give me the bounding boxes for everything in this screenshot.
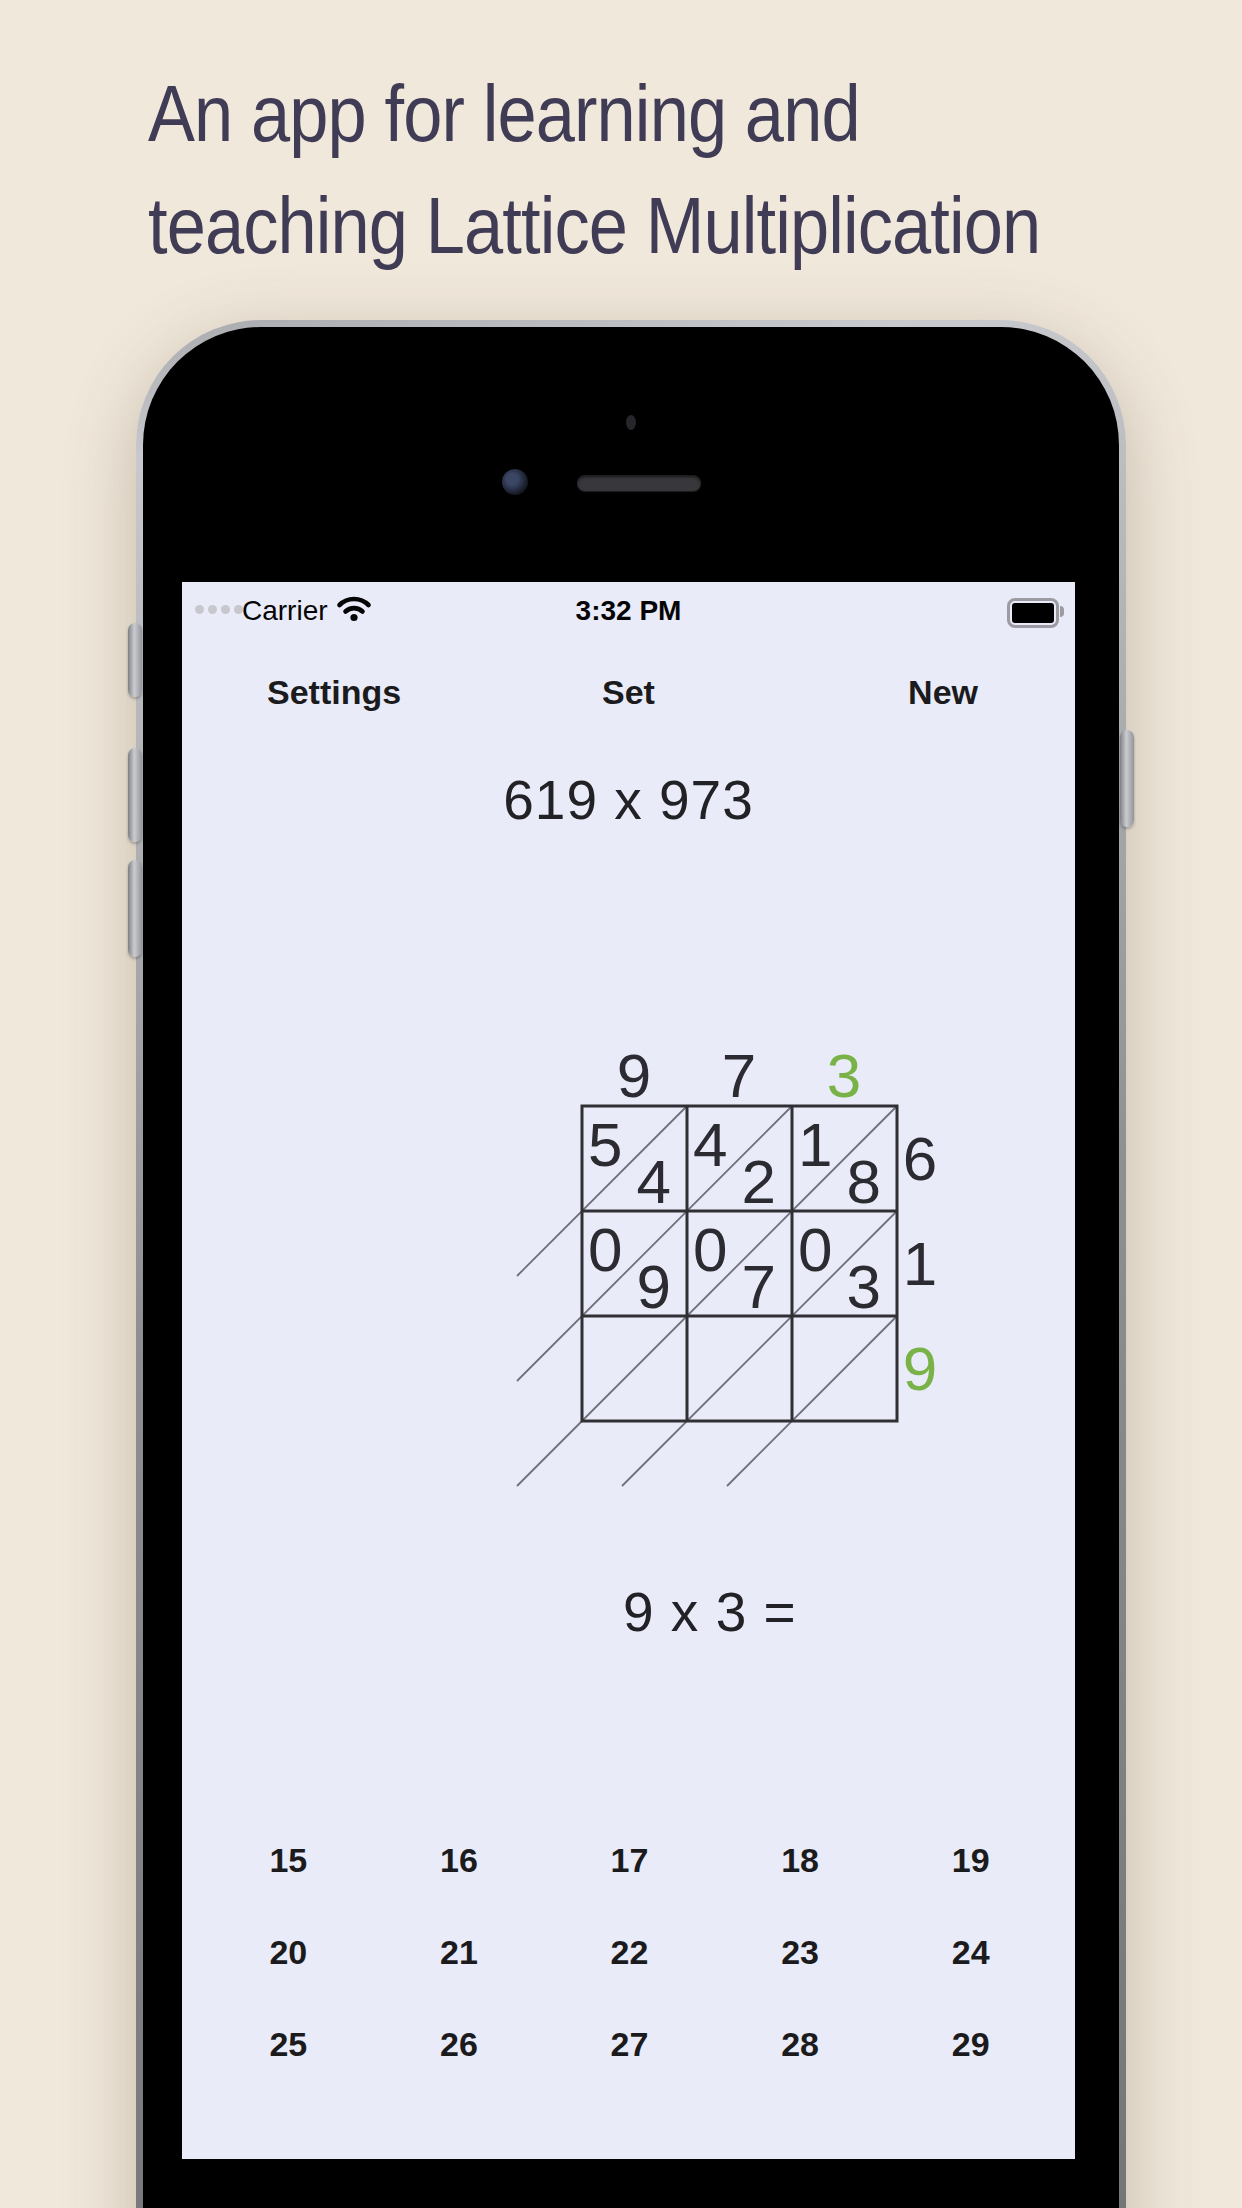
volume-down-button [128,860,142,957]
problem-text: 619 x 973 [182,768,1075,832]
choice-button[interactable]: 21 [374,1906,545,1998]
choice-button[interactable]: 15 [203,1814,374,1906]
lattice-board: 9 7 3 6 1 9 5 4 4 2 1 8 0 9 [502,1032,982,1506]
lattice-top-digit: 7 [722,1041,756,1110]
lattice-cell-tens: 0 [693,1215,727,1284]
choice-button[interactable]: 22 [544,1906,715,1998]
clock: 3:32 PM [182,595,1075,627]
choice-button[interactable]: 17 [544,1814,715,1906]
battery-icon [1007,598,1059,628]
lattice-cell-units: 7 [742,1252,776,1321]
choice-button[interactable]: 25 [203,1998,374,2090]
answer-choices: 15 16 17 18 19 20 21 22 23 24 25 26 27 2… [203,1814,1056,2090]
choice-button[interactable]: 28 [715,1998,886,2090]
mute-switch [128,623,142,697]
lattice-side-digit: 6 [903,1124,937,1193]
lattice-cell-tens: 4 [693,1110,727,1179]
choice-button[interactable]: 23 [715,1906,886,1998]
choice-button[interactable]: 27 [544,1998,715,2090]
app-screen: Carrier 3:32 PM Settings Set New [182,582,1075,2159]
choice-button[interactable]: 19 [885,1814,1056,1906]
choice-button[interactable]: 26 [374,1998,545,2090]
question-text: 9 x 3 = [623,1580,797,1644]
proximity-sensor-icon [626,415,636,430]
lattice-cell-tens: 0 [588,1215,622,1284]
choice-button[interactable]: 24 [885,1906,1056,1998]
earpiece-speaker [577,475,701,491]
page-title-line2: teaching Lattice Multiplication [148,170,1040,282]
lattice-cell-tens: 5 [588,1110,622,1179]
lattice-cell-tens: 0 [798,1215,832,1284]
page-title: An app for learning and teaching Lattice… [148,58,1040,282]
power-button [1120,730,1134,827]
volume-up-button [128,748,142,842]
nav-bar: Settings Set New [182,672,1075,712]
lattice-cell-units: 9 [637,1252,671,1321]
page-title-line1: An app for learning and [148,58,1040,170]
choice-button[interactable]: 20 [203,1906,374,1998]
lattice-top-digit: 9 [617,1041,651,1110]
lattice-cell-units: 3 [847,1252,881,1321]
app-store-screenshot: An app for learning and teaching Lattice… [0,0,1242,2208]
phone-frame: Carrier 3:32 PM Settings Set New [136,320,1126,2208]
front-camera-icon [502,469,528,495]
lattice-cell-units: 8 [847,1147,881,1216]
lattice-cell-tens: 1 [798,1110,832,1179]
choice-button[interactable]: 18 [715,1814,886,1906]
lattice-side-digit: 1 [903,1229,937,1298]
choice-button[interactable]: 16 [374,1814,545,1906]
new-button[interactable]: New [908,672,978,712]
lattice-cell-units: 2 [742,1147,776,1216]
lattice-top-digit-highlighted: 3 [827,1041,861,1110]
lattice-side-digit-highlighted: 9 [903,1334,937,1403]
choice-button[interactable]: 29 [885,1998,1056,2090]
status-bar: Carrier 3:32 PM [182,582,1075,642]
lattice-cell-units: 4 [637,1147,671,1216]
